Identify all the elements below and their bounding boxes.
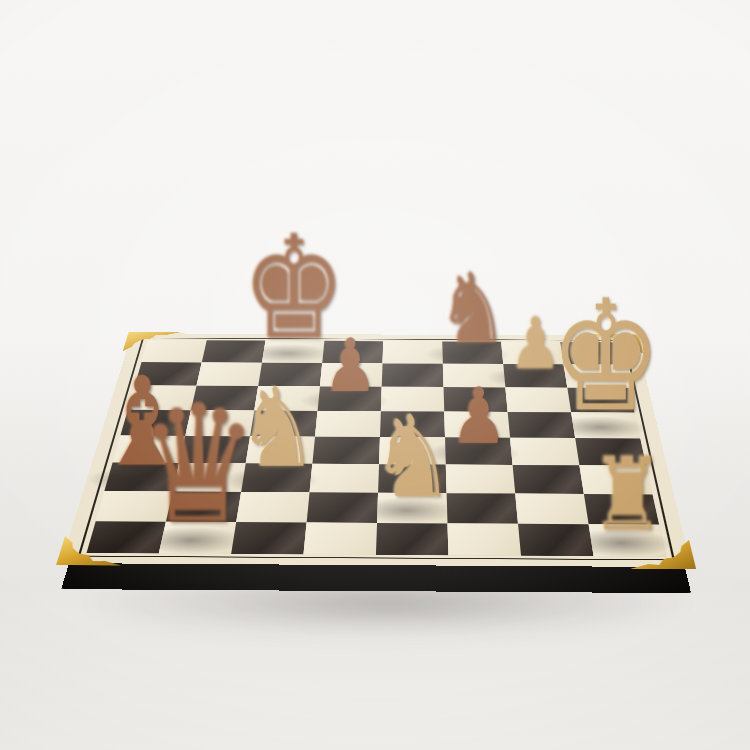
piece-light-rook-icon: ♜ <box>546 444 708 545</box>
chess-board: ♚♞♟♟♚♟♝♞♞♛♜ <box>61 333 691 567</box>
piece-light-knight-icon: ♞ <box>333 400 491 513</box>
piece-dark-queen-icon: ♛ <box>117 383 279 546</box>
square-e1 <box>376 523 449 555</box>
square-f1 <box>448 523 521 555</box>
board-grid: ♚♞♟♟♚♟♝♞♞♛♜ <box>87 340 667 557</box>
piece-light-king-icon: ♚ <box>532 280 678 433</box>
studio-backdrop: ♚♞♟♟♚♟♝♞♞♛♜ <box>0 0 750 750</box>
square-d1 <box>304 523 378 555</box>
